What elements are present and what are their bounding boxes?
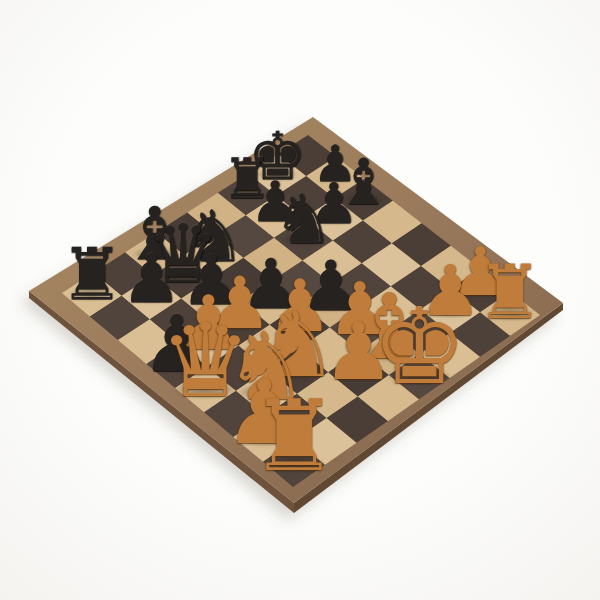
chess-set-photo: ♚♟♜♝♟♟♞♝♞♛♟♜♟♟♟♟♟♜♟♟♟♟♝♟♞♟♚♛♞♟♜ [0, 0, 600, 600]
chess-board [0, 0, 600, 600]
